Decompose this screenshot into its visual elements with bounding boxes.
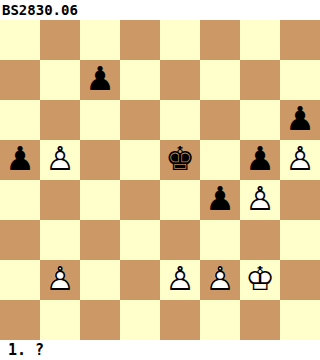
square-f7[interactable] bbox=[200, 60, 240, 100]
square-b3[interactable] bbox=[40, 220, 80, 260]
white-king[interactable]: ♚♔ bbox=[240, 260, 280, 300]
square-a4[interactable] bbox=[0, 180, 40, 220]
square-g6[interactable] bbox=[240, 100, 280, 140]
square-f1[interactable] bbox=[200, 300, 240, 340]
black-king[interactable]: ♚ bbox=[160, 140, 200, 180]
square-a6[interactable] bbox=[0, 100, 40, 140]
square-e5[interactable]: ♚ bbox=[160, 140, 200, 180]
square-c3[interactable] bbox=[80, 220, 120, 260]
square-b2[interactable]: ♟♙ bbox=[40, 260, 80, 300]
square-c4[interactable] bbox=[80, 180, 120, 220]
square-h3[interactable] bbox=[280, 220, 320, 260]
chess-board: ♟♟♟♟♙♚♟♟♙♟♟♙♟♙♟♙♟♙♚♔ bbox=[0, 20, 320, 340]
square-h7[interactable] bbox=[280, 60, 320, 100]
white-pawn-outline-glyph: ♙ bbox=[165, 262, 195, 295]
white-pawn[interactable]: ♟♙ bbox=[200, 260, 240, 300]
square-a1[interactable] bbox=[0, 300, 40, 340]
square-a2[interactable] bbox=[0, 260, 40, 300]
square-h4[interactable] bbox=[280, 180, 320, 220]
white-pawn[interactable]: ♟♙ bbox=[240, 180, 280, 220]
square-g7[interactable] bbox=[240, 60, 280, 100]
square-c8[interactable] bbox=[80, 20, 120, 60]
white-pawn[interactable]: ♟♙ bbox=[40, 260, 80, 300]
square-f3[interactable] bbox=[200, 220, 240, 260]
square-d7[interactable] bbox=[120, 60, 160, 100]
square-e3[interactable] bbox=[160, 220, 200, 260]
black-pawn-glyph: ♟ bbox=[85, 62, 115, 95]
diagram-id-label: BS2830.06 bbox=[2, 2, 78, 18]
square-f6[interactable] bbox=[200, 100, 240, 140]
black-pawn-glyph: ♟ bbox=[245, 142, 275, 175]
square-d1[interactable] bbox=[120, 300, 160, 340]
black-pawn-glyph: ♟ bbox=[285, 102, 315, 135]
diagram-footer: 1. ? bbox=[0, 340, 320, 360]
diagram-header: BS2830.06 bbox=[0, 0, 320, 20]
square-g8[interactable] bbox=[240, 20, 280, 60]
square-e8[interactable] bbox=[160, 20, 200, 60]
square-g3[interactable] bbox=[240, 220, 280, 260]
square-e6[interactable] bbox=[160, 100, 200, 140]
square-e1[interactable] bbox=[160, 300, 200, 340]
square-d6[interactable] bbox=[120, 100, 160, 140]
square-c6[interactable] bbox=[80, 100, 120, 140]
square-h1[interactable] bbox=[280, 300, 320, 340]
square-d4[interactable] bbox=[120, 180, 160, 220]
square-h2[interactable] bbox=[280, 260, 320, 300]
move-prompt: 1. ? bbox=[8, 341, 44, 359]
square-d8[interactable] bbox=[120, 20, 160, 60]
white-pawn-outline-glyph: ♙ bbox=[45, 142, 75, 175]
square-e4[interactable] bbox=[160, 180, 200, 220]
square-e2[interactable]: ♟♙ bbox=[160, 260, 200, 300]
square-f4[interactable]: ♟ bbox=[200, 180, 240, 220]
black-pawn[interactable]: ♟ bbox=[0, 140, 40, 180]
square-c1[interactable] bbox=[80, 300, 120, 340]
chess-diagram: BS2830.06 ♟♟♟♟♙♚♟♟♙♟♟♙♟♙♟♙♟♙♚♔ 1. ? bbox=[0, 0, 320, 360]
square-d3[interactable] bbox=[120, 220, 160, 260]
square-b8[interactable] bbox=[40, 20, 80, 60]
white-pawn-outline-glyph: ♙ bbox=[45, 262, 75, 295]
square-g2[interactable]: ♚♔ bbox=[240, 260, 280, 300]
square-a8[interactable] bbox=[0, 20, 40, 60]
black-pawn-glyph: ♟ bbox=[205, 182, 235, 215]
square-f2[interactable]: ♟♙ bbox=[200, 260, 240, 300]
square-e7[interactable] bbox=[160, 60, 200, 100]
white-pawn-outline-glyph: ♙ bbox=[205, 262, 235, 295]
white-pawn[interactable]: ♟♙ bbox=[40, 140, 80, 180]
white-pawn-outline-glyph: ♙ bbox=[285, 142, 315, 175]
square-c2[interactable] bbox=[80, 260, 120, 300]
square-g5[interactable]: ♟ bbox=[240, 140, 280, 180]
square-c5[interactable] bbox=[80, 140, 120, 180]
black-pawn[interactable]: ♟ bbox=[80, 60, 120, 100]
square-c7[interactable]: ♟ bbox=[80, 60, 120, 100]
square-b5[interactable]: ♟♙ bbox=[40, 140, 80, 180]
square-b6[interactable] bbox=[40, 100, 80, 140]
square-a3[interactable] bbox=[0, 220, 40, 260]
black-pawn[interactable]: ♟ bbox=[240, 140, 280, 180]
square-h6[interactable]: ♟ bbox=[280, 100, 320, 140]
square-a5[interactable]: ♟ bbox=[0, 140, 40, 180]
black-pawn-glyph: ♟ bbox=[5, 142, 35, 175]
square-f5[interactable] bbox=[200, 140, 240, 180]
white-pawn[interactable]: ♟♙ bbox=[160, 260, 200, 300]
square-a7[interactable] bbox=[0, 60, 40, 100]
black-king-glyph: ♚ bbox=[165, 142, 195, 175]
white-king-outline-glyph: ♔ bbox=[245, 262, 275, 295]
white-pawn[interactable]: ♟♙ bbox=[280, 140, 320, 180]
black-pawn[interactable]: ♟ bbox=[200, 180, 240, 220]
square-h8[interactable] bbox=[280, 20, 320, 60]
square-h5[interactable]: ♟♙ bbox=[280, 140, 320, 180]
square-g1[interactable] bbox=[240, 300, 280, 340]
square-b7[interactable] bbox=[40, 60, 80, 100]
square-d5[interactable] bbox=[120, 140, 160, 180]
square-g4[interactable]: ♟♙ bbox=[240, 180, 280, 220]
black-pawn[interactable]: ♟ bbox=[280, 100, 320, 140]
square-b1[interactable] bbox=[40, 300, 80, 340]
square-f8[interactable] bbox=[200, 20, 240, 60]
square-b4[interactable] bbox=[40, 180, 80, 220]
square-d2[interactable] bbox=[120, 260, 160, 300]
white-pawn-outline-glyph: ♙ bbox=[245, 182, 275, 215]
